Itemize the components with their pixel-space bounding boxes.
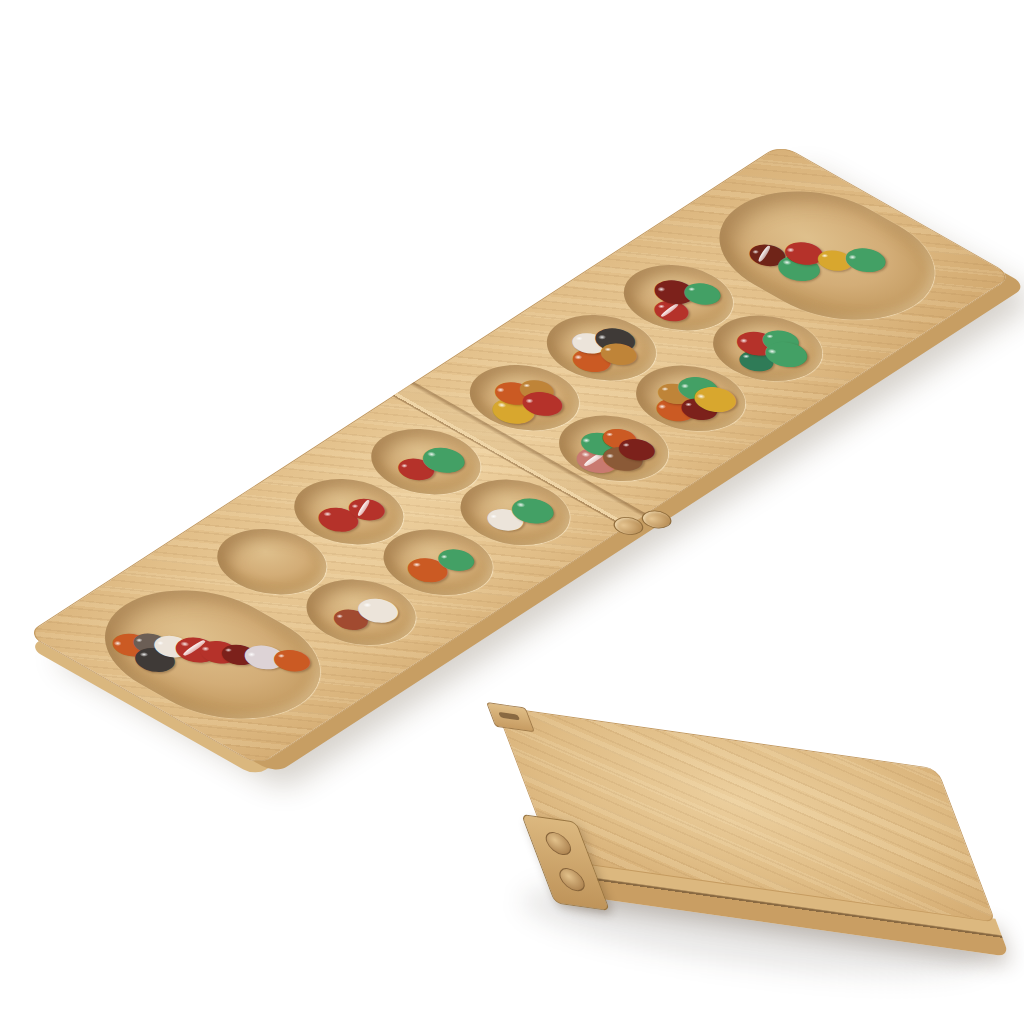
stone-red: ● [718,320,790,364]
stone-striped-red: ● [638,291,701,328]
stone-dark-red: ● [663,388,729,427]
stone-striped-red: ● [331,488,397,528]
stone-orange: ● [586,419,649,456]
stone-dark-red: ● [601,428,667,467]
stone-green: ● [745,330,819,376]
stone-green: ● [402,436,478,480]
hinge-pin-icon [542,830,574,856]
stone-red: ● [300,497,373,539]
stone-black: ● [576,317,648,361]
stone-green: ● [562,421,631,463]
stone-white: ● [470,498,536,538]
stone-green: ● [667,273,733,312]
stone-green: ● [758,244,834,288]
stone-red: ● [766,231,835,273]
stone-green: ● [492,486,568,530]
mancala-board-open: ●●●●●●●●●●●●●●●●●●●●●●●●●●●●●●●●●●●●●●●●… [26,144,1013,766]
stone-orange: ● [554,338,623,380]
product-photo-scene: ●●●●●●●●●●●●●●●●●●●●●●●●●●●●●●●●●●●●●●●●… [0,0,1024,1024]
mancala-board-folded [495,706,993,920]
stone-orange: ● [256,639,322,678]
stone-brown-red: ● [317,599,380,637]
stone-yellow: ● [674,375,748,421]
stone-orange: ● [637,387,706,429]
stone-green: ● [420,539,486,579]
stone-white: ● [556,323,619,360]
hinge-pin-icon [556,867,588,893]
stone-green: ● [826,237,898,281]
stone-red: ● [503,380,575,424]
stone-striped-red: ● [156,626,232,670]
stone-white: ● [136,625,202,665]
stone-clear: ● [225,634,297,678]
stone-brown: ● [584,435,656,479]
stone-yellow: ● [801,241,864,278]
stone-green: ● [659,365,731,409]
stone-amber: ● [583,333,649,372]
stone-red: ● [380,448,446,488]
stone-amber: ● [642,374,705,411]
stone-amber: ● [503,370,566,407]
stone-dark-red: ● [205,635,268,672]
stone-striped-dark-red: ● [731,234,797,274]
stone-teal: ● [723,341,786,378]
stone-white: ● [340,588,413,630]
stone-orange: ● [95,623,159,664]
pit-grid: ●●●●●●●●●●●●●●●●●●●●●●●●●●●●●●●●●●●●●●●●… [26,144,1013,766]
stone-grey: ● [117,623,180,661]
stone-orange: ● [476,371,545,413]
stone-dark-red: ● [635,269,707,313]
stone-green: ● [745,320,811,359]
stone-black: ● [116,637,189,679]
stone-red: ● [181,629,250,671]
stone-orange: ● [389,547,462,589]
clasp-icon [486,702,535,732]
